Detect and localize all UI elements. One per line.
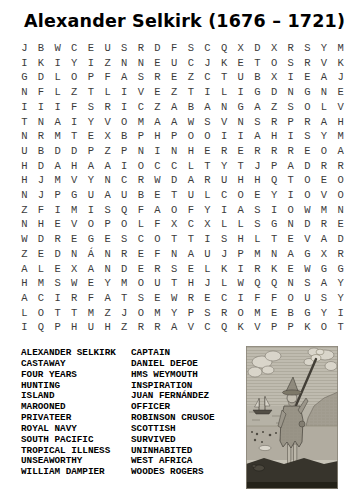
grid-cell: E	[316, 173, 333, 188]
grid-cell: U	[116, 188, 133, 203]
grid-cell: P	[232, 247, 249, 262]
grid-cell: G	[249, 85, 266, 100]
grid-cell: H	[182, 144, 199, 159]
grid-cell: Q	[33, 320, 50, 335]
grid-cell: I	[116, 100, 133, 115]
grid-cell: M	[249, 306, 266, 321]
word-search-grid: JBWCEUSRDFSCQXDXRSYMIKIYIZNNEUCJKETOSRVK…	[16, 41, 349, 335]
grid-cell: L	[16, 306, 33, 321]
grid-cell: Y	[332, 291, 349, 306]
grid-cell: C	[216, 188, 233, 203]
grid-cell: D	[33, 159, 50, 174]
grid-cell: A	[16, 261, 33, 276]
grid-cell: T	[249, 56, 266, 71]
grid-cell: C	[166, 159, 183, 174]
grid-cell: N	[33, 114, 50, 129]
grid-cell: B	[33, 41, 50, 56]
selkirk-engraving	[246, 346, 338, 489]
grid-cell: O	[116, 114, 133, 129]
grid-cell: Q	[266, 276, 283, 291]
grid-cell: N	[166, 144, 183, 159]
grid-cell: T	[166, 276, 183, 291]
grid-cell: Y	[83, 114, 100, 129]
grid-cell: O	[116, 217, 133, 232]
grid-cell: V	[66, 173, 83, 188]
grid-cell: I	[216, 129, 233, 144]
grid-cell: W	[49, 41, 66, 56]
grid-cell: H	[332, 114, 349, 129]
grid-cell: A	[282, 247, 299, 262]
grid-cell: U	[199, 247, 216, 262]
grid-cell: L	[249, 232, 266, 247]
grid-cell: C	[133, 232, 150, 247]
grid-cell: E	[49, 261, 66, 276]
grid-cell: C	[199, 70, 216, 85]
grid-cell: F	[33, 203, 50, 218]
grid-cell: I	[282, 129, 299, 144]
grid-cell: Á	[83, 247, 100, 262]
grid-cell: H	[149, 129, 166, 144]
grid-cell: R	[266, 114, 283, 129]
grid-cell: O	[33, 306, 50, 321]
grid-cell: W	[182, 114, 199, 129]
grid-cell: J	[116, 306, 133, 321]
grid-cell: A	[249, 129, 266, 144]
grid-cell: I	[16, 320, 33, 335]
grid-cell: R	[33, 129, 50, 144]
grid-cell: D	[49, 247, 66, 262]
grid-cell: U	[149, 276, 166, 291]
grid-cell: H	[16, 173, 33, 188]
grid-cell: Z	[99, 144, 116, 159]
grid-cell: C	[182, 56, 199, 71]
grid-cell: D	[249, 41, 266, 56]
grid-cell: R	[266, 144, 283, 159]
grid-cell: L	[216, 217, 233, 232]
grid-cell: G	[266, 217, 283, 232]
grid-cell: R	[133, 173, 150, 188]
grid-cell: S	[99, 203, 116, 218]
grid-cell: E	[133, 247, 150, 262]
grid-cell: U	[166, 56, 183, 71]
grid-cell: M	[316, 203, 333, 218]
grid-cell: Z	[266, 100, 283, 115]
grid-cell: R	[49, 232, 66, 247]
grid-cell: S	[199, 306, 216, 321]
grid-cell: T	[116, 291, 133, 306]
grid-cell: R	[332, 247, 349, 262]
grid-cell: D	[332, 232, 349, 247]
grid-cell: O	[332, 188, 349, 203]
grid-cell: F	[83, 291, 100, 306]
grid-cell: N	[282, 85, 299, 100]
grid-cell: S	[199, 114, 216, 129]
grid-cell: S	[133, 70, 150, 85]
grid-cell: U	[16, 144, 33, 159]
grid-cell: J	[199, 276, 216, 291]
grid-cell: I	[83, 56, 100, 71]
grid-cell: S	[299, 276, 316, 291]
grid-cell: T	[199, 159, 216, 174]
grid-cell: N	[316, 85, 333, 100]
grid-cell: Y	[316, 306, 333, 321]
grid-cell: J	[249, 159, 266, 174]
grid-cell: A	[249, 100, 266, 115]
grid-cell: W	[166, 291, 183, 306]
grid-cell: V	[133, 85, 150, 100]
grid-cell: I	[16, 100, 33, 115]
grid-cell: P	[116, 144, 133, 159]
grid-cell: Z	[66, 85, 83, 100]
grid-cell: A	[282, 159, 299, 174]
grid-cell: E	[149, 188, 166, 203]
grid-cell: L	[182, 159, 199, 174]
grid-cell: R	[332, 159, 349, 174]
grid-cell: I	[216, 203, 233, 218]
grid-cell: E	[232, 144, 249, 159]
grid-cell: G	[16, 70, 33, 85]
grid-cell: G	[66, 188, 83, 203]
grid-cell: L	[49, 85, 66, 100]
grid-cell: F	[249, 291, 266, 306]
grid-cell: A	[166, 320, 183, 335]
grid-cell: I	[116, 85, 133, 100]
selkirk-engraving-image	[246, 346, 338, 489]
grid-cell: J	[33, 173, 50, 188]
grid-cell: D	[266, 85, 283, 100]
grid-cell: Q	[116, 203, 133, 218]
grid-cell: E	[49, 217, 66, 232]
grid-cell: L	[33, 261, 50, 276]
grid-cell: K	[232, 320, 249, 335]
grid-cell: B	[133, 188, 150, 203]
grid-cell: K	[299, 320, 316, 335]
grid-cell: W	[149, 173, 166, 188]
grid-cell: A	[83, 261, 100, 276]
grid-cell: N	[166, 247, 183, 262]
grid-cell: R	[299, 56, 316, 71]
grid-cell: N	[116, 56, 133, 71]
grid-cell: P	[83, 70, 100, 85]
grid-cell: P	[49, 188, 66, 203]
grid-cell: I	[332, 306, 349, 321]
grid-cell: F	[33, 85, 50, 100]
grid-cell: P	[266, 159, 283, 174]
grid-cell: N	[133, 144, 150, 159]
grid-cell: N	[216, 100, 233, 115]
grid-cell: M	[83, 306, 100, 321]
grid-cell: B	[282, 306, 299, 321]
grid-cell: D	[299, 217, 316, 232]
grid-cell: Y	[316, 41, 333, 56]
grid-cell: I	[199, 85, 216, 100]
grid-cell: X	[166, 217, 183, 232]
grid-cell: A	[149, 203, 166, 218]
grid-cell: I	[282, 70, 299, 85]
grid-cell: D	[49, 144, 66, 159]
grid-cell: H	[33, 217, 50, 232]
grid-cell: E	[282, 261, 299, 276]
grid-cell: V	[216, 114, 233, 129]
word-item: HMS WEYMOUTH	[131, 370, 215, 381]
grid-cell: A	[166, 114, 183, 129]
grid-cell: I	[199, 232, 216, 247]
grid-cell: L	[216, 85, 233, 100]
grid-cell: E	[332, 217, 349, 232]
grid-cell: E	[83, 276, 100, 291]
grid-cell: T	[166, 232, 183, 247]
grid-cell: S	[316, 291, 333, 306]
grid-cell: T	[83, 85, 100, 100]
grid-cell: N	[99, 247, 116, 262]
grid-cell: L	[99, 85, 116, 100]
grid-cell: E	[83, 41, 100, 56]
grid-cell: E	[199, 144, 216, 159]
grid-cell: B	[33, 144, 50, 159]
grid-cell: X	[266, 70, 283, 85]
grid-cell: R	[249, 261, 266, 276]
grid-cell: R	[249, 144, 266, 159]
grid-cell: Y	[99, 276, 116, 291]
grid-cell: O	[282, 291, 299, 306]
grid-cell: J	[216, 247, 233, 262]
grid-cell: T	[282, 173, 299, 188]
grid-cell: R	[116, 247, 133, 262]
grid-cell: P	[282, 114, 299, 129]
grid-cell: R	[133, 41, 150, 56]
grid-cell: F	[149, 247, 166, 262]
grid-cell: N	[16, 129, 33, 144]
grid-cell: A	[16, 291, 33, 306]
grid-cell: N	[16, 217, 33, 232]
grid-cell: I	[83, 203, 100, 218]
grid-cell: P	[166, 129, 183, 144]
grid-cell: S	[249, 217, 266, 232]
grid-cell: R	[133, 320, 150, 335]
grid-cell: P	[49, 320, 66, 335]
grid-cell: I	[49, 291, 66, 306]
grid-cell: O	[133, 159, 150, 174]
grid-cell: O	[266, 56, 283, 71]
grid-cell: S	[249, 114, 266, 129]
grid-cell: S	[116, 41, 133, 56]
grid-cell: C	[182, 217, 199, 232]
grid-cell: T	[216, 70, 233, 85]
grid-cell: Y	[216, 159, 233, 174]
grid-cell: V	[182, 320, 199, 335]
grid-cell: F	[182, 203, 199, 218]
grid-cell: L	[199, 188, 216, 203]
grid-cell: E	[199, 291, 216, 306]
grid-cell: R	[282, 144, 299, 159]
grid-cell: M	[116, 276, 133, 291]
grid-cell: O	[83, 217, 100, 232]
grid-cell: R	[316, 159, 333, 174]
grid-cell: M	[49, 129, 66, 144]
grid-cell: O	[299, 188, 316, 203]
grid-cell: N	[266, 247, 283, 262]
grid-cell: V	[249, 320, 266, 335]
grid-cell: E	[149, 85, 166, 100]
grid-cell: T	[49, 306, 66, 321]
grid-cell: X	[232, 41, 249, 56]
grid-cell: T	[66, 129, 83, 144]
grid-cell: O	[182, 129, 199, 144]
grid-cell: Z	[16, 247, 33, 262]
grid-cell: C	[33, 291, 50, 306]
grid-cell: F	[133, 203, 150, 218]
grid-cell: E	[149, 56, 166, 71]
grid-cell: A	[49, 114, 66, 129]
grid-cell: A	[316, 114, 333, 129]
grid-cell: G	[316, 261, 333, 276]
grid-cell: B	[249, 70, 266, 85]
grid-cell: D	[299, 159, 316, 174]
grid-cell: O	[232, 188, 249, 203]
grid-cell: R	[66, 291, 83, 306]
grid-cell: X	[266, 41, 283, 56]
grid-cell: L	[49, 70, 66, 85]
grid-cell: L	[232, 217, 249, 232]
grid-cell: R	[149, 261, 166, 276]
grid-cell: R	[182, 291, 199, 306]
grid-cell: A	[116, 70, 133, 85]
grid-cell: W	[66, 276, 83, 291]
grid-cell: T	[332, 320, 349, 335]
grid-cell: O	[299, 173, 316, 188]
grid-cell: M	[66, 203, 83, 218]
grid-cell: D	[149, 41, 166, 56]
grid-cell: I	[116, 159, 133, 174]
word-item: SOUTH PACIFIC	[21, 435, 131, 446]
grid-cell: S	[133, 291, 150, 306]
grid-cell: O	[232, 306, 249, 321]
grid-cell: M	[149, 306, 166, 321]
grid-cell: E	[133, 261, 150, 276]
grid-cell: I	[282, 188, 299, 203]
grid-cell: Z	[16, 203, 33, 218]
grid-cell: X	[66, 261, 83, 276]
grid-cell: C	[66, 41, 83, 56]
grid-cell: J	[16, 41, 33, 56]
grid-cell: A	[199, 100, 216, 115]
grid-cell: Y	[266, 188, 283, 203]
grid-cell: H	[99, 320, 116, 335]
grid-cell: S	[182, 41, 199, 56]
grid-cell: S	[49, 276, 66, 291]
grid-cell: P	[282, 320, 299, 335]
grid-cell: R	[299, 114, 316, 129]
grid-cell: S	[299, 41, 316, 56]
grid-cell: O	[133, 306, 150, 321]
grid-cell: W	[16, 232, 33, 247]
grid-cell: R	[316, 217, 333, 232]
grid-cell: O	[199, 129, 216, 144]
grid-cell: H	[266, 129, 283, 144]
grid-cell: S	[83, 100, 100, 115]
grid-cell: G	[299, 306, 316, 321]
grid-cell: F	[166, 41, 183, 56]
grid-cell: E	[99, 232, 116, 247]
grid-cell: N	[232, 114, 249, 129]
grid-cell: N	[16, 85, 33, 100]
grid-cell: K	[332, 56, 349, 71]
grid-cell: J	[199, 56, 216, 71]
grid-cell: Z	[99, 306, 116, 321]
grid-cell: O	[332, 173, 349, 188]
grid-cell: E	[249, 188, 266, 203]
grid-cell: H	[232, 173, 249, 188]
grid-cell: U	[83, 320, 100, 335]
grid-cell: Y	[166, 306, 183, 321]
grid-cell: A	[182, 173, 199, 188]
grid-cell: H	[182, 276, 199, 291]
grid-cell: P	[99, 217, 116, 232]
grid-cell: A	[182, 247, 199, 262]
grid-cell: I	[149, 144, 166, 159]
grid-cell: N	[16, 188, 33, 203]
grid-cell: D	[33, 70, 50, 85]
grid-cell: V	[316, 56, 333, 71]
grid-cell: A	[49, 159, 66, 174]
grid-cell: P	[133, 129, 150, 144]
grid-cell: M	[332, 41, 349, 56]
grid-cell: G	[299, 247, 316, 262]
grid-cell: X	[316, 247, 333, 262]
grid-cell: I	[49, 100, 66, 115]
grid-cell: E	[166, 70, 183, 85]
grid-cell: A	[316, 70, 333, 85]
grid-cell: E	[33, 247, 50, 262]
grid-cell: A	[99, 291, 116, 306]
grid-cell: S	[282, 100, 299, 115]
grid-cell: D	[166, 173, 183, 188]
grid-cell: T	[166, 188, 183, 203]
grid-cell: Q	[249, 276, 266, 291]
grid-cell: D	[116, 261, 133, 276]
grid-cell: M	[49, 173, 66, 188]
grid-cell: M	[33, 276, 50, 291]
grid-cell: O	[133, 276, 150, 291]
grid-cell: X	[99, 129, 116, 144]
grid-cell: E	[182, 261, 199, 276]
grid-cell: Q	[216, 320, 233, 335]
grid-cell: H	[249, 173, 266, 188]
grid-cell: C	[133, 100, 150, 115]
word-item: SURVIVED	[131, 435, 215, 446]
grid-cell: U	[216, 173, 233, 188]
grid-cell: O	[149, 232, 166, 247]
grid-cell: K	[33, 56, 50, 71]
grid-cell: I	[232, 129, 249, 144]
grid-cell: C	[199, 41, 216, 56]
grid-cell: A	[316, 232, 333, 247]
grid-cell: S	[299, 129, 316, 144]
grid-cell: F	[66, 100, 83, 115]
grid-cell: R	[282, 41, 299, 56]
grid-cell: V	[66, 217, 83, 232]
grid-cell: E	[66, 232, 83, 247]
grid-cell: A	[99, 188, 116, 203]
grid-cell: F	[99, 70, 116, 85]
grid-cell: C	[216, 291, 233, 306]
grid-cell: S	[282, 56, 299, 71]
grid-cell: H	[66, 320, 83, 335]
grid-cell: S	[166, 261, 183, 276]
grid-cell: W	[299, 261, 316, 276]
grid-cell: T	[182, 232, 199, 247]
grid-cell: Z	[116, 320, 133, 335]
